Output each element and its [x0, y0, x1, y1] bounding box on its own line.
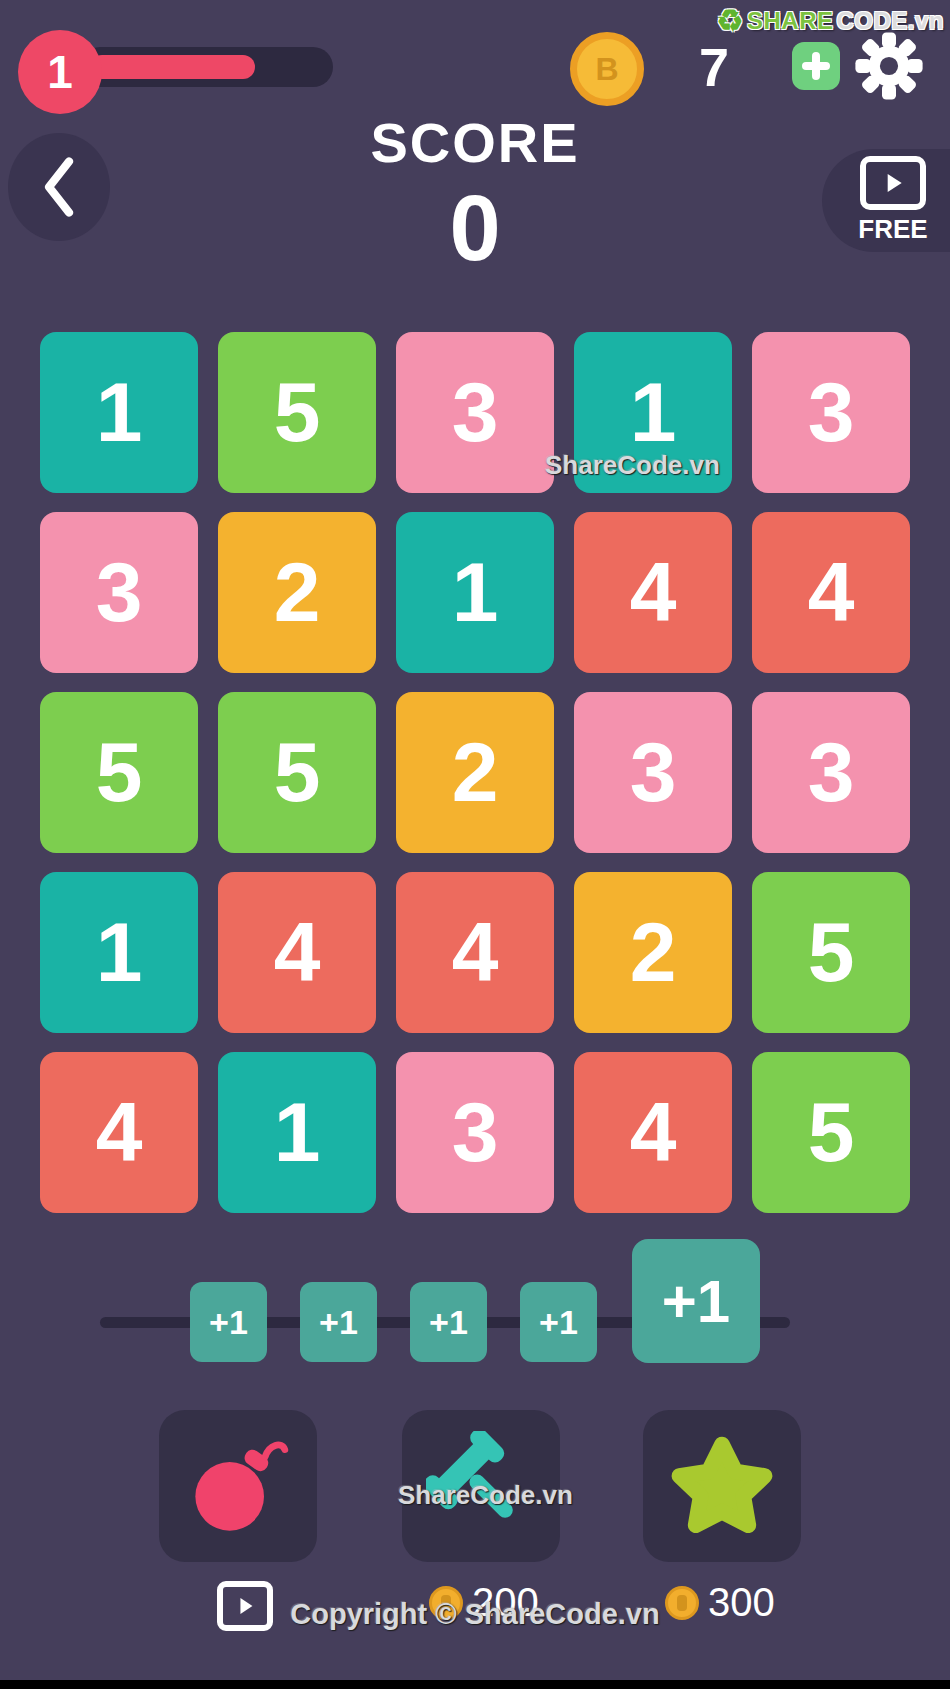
queue-tile: +1 — [190, 1282, 267, 1362]
board-tile-4[interactable]: 4 — [218, 872, 376, 1033]
powerup-star-button[interactable] — [643, 1410, 801, 1562]
bottom-bar — [0, 1680, 950, 1689]
logo-text-share: SHARE — [747, 7, 834, 35]
board-tile-5[interactable]: 5 — [752, 1052, 910, 1213]
bomb-icon — [186, 1434, 290, 1538]
queue-tile: +1 — [410, 1282, 487, 1362]
queue-upcoming: +1+1+1+1 — [190, 1282, 597, 1362]
next-tile-label: +1 — [662, 1267, 730, 1336]
board-grid: 1531332144552331442541345 — [40, 332, 910, 1213]
board-tile-4[interactable]: 4 — [396, 872, 554, 1033]
logo-text-code: CODE.vn — [836, 7, 944, 35]
level-number: 1 — [47, 45, 73, 99]
powerup-bomb-button[interactable] — [159, 1410, 317, 1562]
queue-tile: +1 — [520, 1282, 597, 1362]
level-badge: 1 — [18, 30, 102, 114]
queue-tile: +1 — [300, 1282, 377, 1362]
watermark-board: ShareCode.vn — [545, 450, 720, 481]
coin-count: 7 — [664, 36, 764, 98]
free-label: FREE — [858, 214, 927, 245]
board-tile-1[interactable]: 1 — [218, 1052, 376, 1213]
game-screen: 1 B 7 ♻ SHARECODE.vn SCORE 0 — [0, 0, 950, 1689]
board-tile-5[interactable]: 5 — [40, 692, 198, 853]
level-progress-fill — [90, 55, 255, 79]
board-tile-3[interactable]: 3 — [40, 512, 198, 673]
add-coins-button[interactable] — [792, 42, 840, 90]
board-tile-4[interactable]: 4 — [40, 1052, 198, 1213]
board-tile-1[interactable]: 1 — [396, 512, 554, 673]
board-tile-5[interactable]: 5 — [752, 872, 910, 1033]
coin-icon: B — [570, 32, 644, 106]
board-tile-1[interactable]: 1 — [40, 332, 198, 493]
free-reward-button[interactable]: FREE — [822, 149, 950, 252]
video-ad-icon — [860, 156, 926, 210]
board-tile-4[interactable]: 4 — [574, 1052, 732, 1213]
watermark-powerups: ShareCode.vn — [398, 1480, 573, 1511]
board-tile-3[interactable]: 3 — [752, 332, 910, 493]
board-tile-2[interactable]: 2 — [218, 512, 376, 673]
recycle-icon: ♻ — [717, 6, 744, 36]
plus-icon — [812, 52, 820, 80]
board-tile-5[interactable]: 5 — [218, 332, 376, 493]
board-tile-3[interactable]: 3 — [574, 692, 732, 853]
copyright-text: Copyright © ShareCode.vn — [0, 1598, 950, 1631]
sharecode-logo: ♻ SHARECODE.vn — [717, 6, 944, 36]
board-tile-2[interactable]: 2 — [574, 872, 732, 1033]
level-progress-bar — [80, 47, 333, 87]
board-tile-5[interactable]: 5 — [218, 692, 376, 853]
board-tile-2[interactable]: 2 — [396, 692, 554, 853]
star-icon — [666, 1430, 778, 1542]
coin-letter: B — [595, 51, 618, 88]
board-tile-3[interactable]: 3 — [396, 1052, 554, 1213]
board-tile-3[interactable]: 3 — [752, 692, 910, 853]
board-tile-3[interactable]: 3 — [396, 332, 554, 493]
score-value: 0 — [0, 176, 950, 281]
board-tile-1[interactable]: 1 — [40, 872, 198, 1033]
next-tile[interactable]: +1 — [632, 1239, 760, 1363]
board-tile-4[interactable]: 4 — [752, 512, 910, 673]
board-tile-4[interactable]: 4 — [574, 512, 732, 673]
score-label: SCORE — [0, 110, 950, 175]
settings-gear-icon[interactable] — [854, 31, 924, 101]
